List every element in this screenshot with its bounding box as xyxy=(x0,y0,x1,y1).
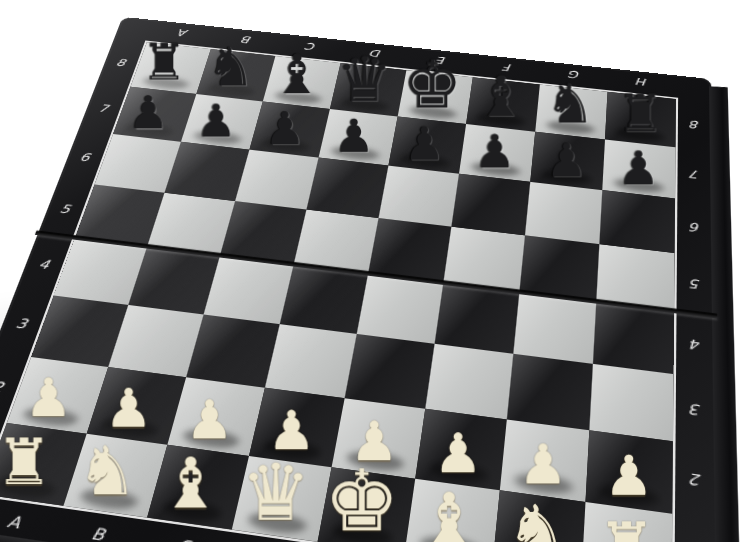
piece-white-bishop-f1: ♝ xyxy=(405,487,493,542)
rank-label-2: 2 xyxy=(675,442,717,520)
piece-white-pawn-g2: ♟ xyxy=(500,438,585,490)
piece-black-pawn-b7: ♟ xyxy=(181,99,251,142)
square-d4 xyxy=(280,265,368,334)
playing-area: ♜♞♝♛♚♝♞♜♟♟♟♟♟♟♟♟♟♟♟♟♟♟♟♟♜♞♝♛♚♝♞♜ xyxy=(0,41,678,542)
rank-label-1: 1 xyxy=(674,514,718,542)
square-h7: ♟ xyxy=(602,139,675,198)
piece-black-pawn-a7: ♟ xyxy=(114,91,183,134)
square-g3 xyxy=(507,354,593,431)
square-c3 xyxy=(186,314,280,387)
square-h2: ♟ xyxy=(585,430,672,513)
rank-label-8: 8 xyxy=(678,99,712,151)
piece-black-pawn-d7: ♟ xyxy=(319,114,389,157)
square-d3 xyxy=(265,324,357,398)
square-h8: ♜ xyxy=(605,92,676,147)
piece-black-rook-a8: ♜ xyxy=(131,39,198,86)
piece-white-rook-a1: ♜ xyxy=(0,434,67,494)
rank-label-7: 7 xyxy=(677,147,712,202)
square-e1: ♚ xyxy=(318,467,416,542)
file-label-B: B xyxy=(54,520,143,542)
square-c6 xyxy=(235,150,318,210)
square-g7: ♟ xyxy=(530,132,605,190)
square-h3 xyxy=(589,364,673,441)
square-g2: ♟ xyxy=(500,420,590,502)
piece-black-pawn-h7: ♟ xyxy=(603,146,675,190)
file-label-C: C xyxy=(139,532,229,542)
chessboard-photo: ♜♞♝♛♚♝♞♜♟♟♟♟♟♟♟♟♟♟♟♟♟♟♟♟♜♞♝♛♚♝♞♜ ABCDEFG… xyxy=(0,0,740,542)
piece-white-pawn-f2: ♟ xyxy=(416,427,501,479)
square-h6 xyxy=(599,190,675,253)
rank-label-5: 5 xyxy=(677,253,715,316)
piece-black-knight-b8: ♞ xyxy=(197,43,265,94)
square-d6 xyxy=(306,158,388,218)
piece-black-king-e8: ♚ xyxy=(398,53,467,116)
piece-white-king-e1: ♚ xyxy=(318,461,405,541)
piece-white-queen-d1: ♛ xyxy=(232,455,319,530)
square-g6 xyxy=(525,182,602,244)
square-f3 xyxy=(425,344,513,420)
piece-white-pawn-b2: ♟ xyxy=(87,383,170,434)
square-g4 xyxy=(513,293,596,364)
square-e7: ♟ xyxy=(388,116,466,173)
square-c4 xyxy=(204,256,294,324)
rank-label-3: 3 xyxy=(676,374,717,447)
square-c8: ♝ xyxy=(263,56,341,109)
piece-black-pawn-g7: ♟ xyxy=(531,138,603,182)
square-f7: ♟ xyxy=(459,124,535,182)
square-e6 xyxy=(379,166,459,227)
square-d7: ♟ xyxy=(319,109,398,166)
square-f8: ♝ xyxy=(466,77,540,131)
piece-black-bishop-f8: ♝ xyxy=(467,71,536,124)
piece-white-pawn-h2: ♟ xyxy=(586,449,672,502)
square-e3 xyxy=(345,334,435,409)
piece-black-pawn-e7: ♟ xyxy=(389,122,460,165)
piece-black-bishop-c8: ♝ xyxy=(263,49,331,101)
file-label-A: A xyxy=(0,508,59,536)
square-f4 xyxy=(435,283,520,354)
piece-black-knight-g8: ♞ xyxy=(536,80,605,132)
square-d1: ♛ xyxy=(232,456,332,542)
square-e8: ♚ xyxy=(398,70,473,124)
piece-black-queen-d8: ♛ xyxy=(330,50,398,109)
piece-black-pawn-c7: ♟ xyxy=(250,107,320,150)
square-e4 xyxy=(357,274,444,344)
piece-white-knight-b1: ♞ xyxy=(64,441,150,505)
rank-label-6: 6 xyxy=(677,199,714,258)
square-c7: ♟ xyxy=(249,101,330,157)
rank-labels-right: 87654321 xyxy=(674,99,718,542)
piece-white-pawn-a2: ♟ xyxy=(7,372,89,422)
square-d8: ♛ xyxy=(330,63,406,116)
square-f1: ♝ xyxy=(404,479,499,542)
rank-label-4: 4 xyxy=(676,312,715,380)
piece-white-bishop-c1: ♝ xyxy=(148,451,234,517)
square-f6 xyxy=(451,174,530,236)
piece-white-rook-h1: ♜ xyxy=(582,516,671,542)
chess-case-frame: ♜♞♝♛♚♝♞♜♟♟♟♟♟♟♟♟♟♟♟♟♟♟♟♟♜♞♝♛♚♝♞♜ ABCDEFG… xyxy=(0,17,719,542)
square-h4 xyxy=(593,302,674,374)
piece-black-pawn-f7: ♟ xyxy=(459,130,530,174)
piece-black-rook-h8: ♜ xyxy=(605,90,675,139)
piece-white-pawn-c2: ♟ xyxy=(168,394,251,445)
board-3d-wrapper: ♜♞♝♛♚♝♞♜♟♟♟♟♟♟♟♟♟♟♟♟♟♟♟♟♜♞♝♛♚♝♞♜ ABCDEFG… xyxy=(0,17,719,542)
square-g8: ♞ xyxy=(535,84,607,139)
piece-white-knight-g1: ♞ xyxy=(493,500,582,542)
